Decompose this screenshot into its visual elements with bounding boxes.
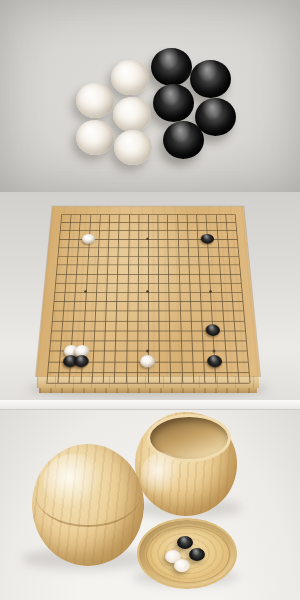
go-set-photo-collage xyxy=(0,0,300,600)
bowl-highlight xyxy=(141,452,182,499)
white-stone[interactable] xyxy=(114,130,152,165)
black-stone[interactable] xyxy=(151,48,192,86)
white-stone[interactable] xyxy=(82,234,96,244)
white-stone[interactable] xyxy=(76,120,114,155)
grid-line xyxy=(47,372,248,373)
go-board[interactable] xyxy=(33,198,263,396)
backdrop-edge xyxy=(0,400,300,410)
white-stone[interactable] xyxy=(111,60,149,95)
closed-go-bowl xyxy=(32,444,144,566)
grid-line xyxy=(54,301,243,302)
grid-line xyxy=(53,311,244,312)
lid-dish-inner-ring xyxy=(146,526,231,583)
black-stone[interactable] xyxy=(189,548,205,561)
star-point xyxy=(212,349,215,352)
photo-loose-stones xyxy=(0,0,300,192)
grid-line xyxy=(50,341,246,342)
white-stone[interactable] xyxy=(141,355,156,367)
photo-go-bowls xyxy=(0,400,300,600)
photo-go-board xyxy=(0,192,300,400)
black-stone[interactable] xyxy=(74,355,90,367)
go-board-face[interactable] xyxy=(36,207,260,376)
board-perspective xyxy=(33,198,263,396)
black-stone[interactable] xyxy=(163,121,204,159)
black-stone[interactable] xyxy=(207,355,223,367)
black-stone[interactable] xyxy=(177,536,193,549)
white-stone[interactable] xyxy=(174,559,190,572)
black-stone[interactable] xyxy=(200,234,214,244)
black-stone[interactable] xyxy=(205,325,220,337)
grid-line xyxy=(46,383,249,384)
grid-line xyxy=(52,321,244,322)
white-stone[interactable] xyxy=(76,83,114,118)
black-stone[interactable] xyxy=(190,60,231,98)
bowl-lid-highlight xyxy=(43,454,105,509)
white-stone[interactable] xyxy=(113,97,151,132)
bowl-lid-dish xyxy=(137,518,237,589)
open-go-bowl xyxy=(135,412,237,516)
black-stone[interactable] xyxy=(153,84,194,122)
